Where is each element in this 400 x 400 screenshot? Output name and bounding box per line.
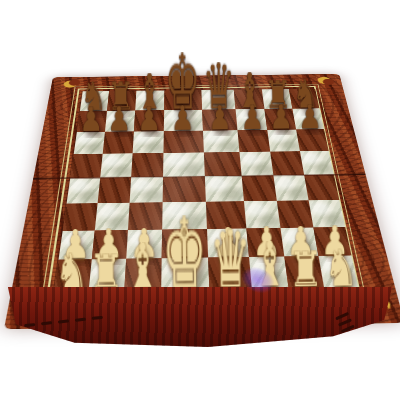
- piece-black-pawn[interactable]: ♟: [137, 105, 161, 132]
- piece-white-king[interactable]: ♚: [162, 215, 208, 294]
- square-f7[interactable]: ♟: [236, 109, 268, 130]
- crescent-decoration-icon: [62, 80, 78, 88]
- square-h6[interactable]: [296, 129, 329, 151]
- square-c7[interactable]: ♟: [134, 110, 164, 131]
- square-e6[interactable]: [203, 130, 240, 153]
- square-f1[interactable]: ♝: [249, 257, 289, 289]
- piece-black-pawn[interactable]: ♟: [171, 105, 195, 132]
- piece-white-bishop[interactable]: ♝: [126, 242, 160, 292]
- piece-white-rook[interactable]: ♜: [288, 250, 323, 289]
- square-e7[interactable]: ♟: [202, 109, 238, 130]
- square-a5[interactable]: [70, 154, 103, 178]
- square-b5[interactable]: [101, 153, 133, 177]
- square-d1[interactable]: ♚: [161, 258, 208, 290]
- piece-white-queen[interactable]: ♛: [209, 228, 251, 292]
- square-d7[interactable]: ♟: [164, 110, 202, 131]
- square-f5[interactable]: [240, 152, 274, 176]
- square-c4[interactable]: [130, 177, 164, 203]
- square-d5[interactable]: [163, 153, 204, 177]
- square-h1[interactable]: ♞: [318, 256, 358, 288]
- square-g4[interactable]: [274, 175, 309, 201]
- square-h4[interactable]: [304, 175, 340, 201]
- piece-black-pawn[interactable]: ♟: [298, 103, 322, 130]
- piece-white-knight[interactable]: ♞: [324, 248, 357, 289]
- piece-white-bishop[interactable]: ♝: [253, 241, 287, 291]
- piece-white-rook[interactable]: ♜: [89, 253, 124, 293]
- square-b4[interactable]: [98, 177, 131, 203]
- square-c6[interactable]: [133, 131, 164, 154]
- square-f4[interactable]: [242, 175, 277, 201]
- square-g1[interactable]: ♜: [285, 256, 324, 288]
- square-g7[interactable]: ♟: [265, 109, 296, 130]
- square-h5[interactable]: [300, 151, 334, 175]
- square-a1[interactable]: ♞: [54, 259, 92, 291]
- square-a4[interactable]: [67, 178, 101, 204]
- square-a6[interactable]: [74, 132, 106, 155]
- piece-black-pawn[interactable]: ♟: [108, 106, 132, 133]
- piece-black-pawn[interactable]: ♟: [208, 104, 232, 131]
- square-f6[interactable]: [238, 130, 271, 153]
- piece-white-knight[interactable]: ♞: [55, 252, 89, 293]
- square-g6[interactable]: [268, 129, 300, 151]
- square-e5[interactable]: [203, 152, 241, 176]
- chess-set-photo: ♞♜♝♚♛♝♜♞♟♟♟♟♟♟♟♟♟♟♟♟♟♟♟♟♞♜♝♚♛♝♜♞: [0, 0, 400, 400]
- square-e1[interactable]: ♛: [208, 257, 252, 289]
- square-e4[interactable]: [204, 176, 244, 202]
- square-g5[interactable]: [271, 151, 304, 175]
- board-squares: ♞♜♝♚♛♝♜♞♟♟♟♟♟♟♟♟♟♟♟♟♟♟♟♟♞♜♝♚♛♝♜♞: [54, 89, 353, 292]
- square-h7[interactable]: ♟: [292, 108, 324, 129]
- piece-black-pawn[interactable]: ♟: [79, 106, 103, 133]
- piece-black-pawn[interactable]: ♟: [270, 104, 294, 131]
- square-c5[interactable]: [131, 153, 164, 177]
- piece-black-pawn[interactable]: ♟: [240, 104, 264, 131]
- square-c1[interactable]: ♝: [124, 258, 162, 290]
- square-b7[interactable]: ♟: [105, 110, 135, 131]
- square-b6[interactable]: [103, 131, 134, 154]
- square-a7[interactable]: ♟: [77, 111, 108, 132]
- square-d6[interactable]: [164, 130, 204, 153]
- square-b1[interactable]: ♜: [89, 259, 126, 291]
